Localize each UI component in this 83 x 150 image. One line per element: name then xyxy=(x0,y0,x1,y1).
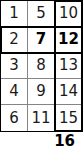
grid-cell: 1 xyxy=(1,1,28,27)
grid-cell: 11 xyxy=(28,105,55,131)
grid-cell: 5 xyxy=(28,1,55,27)
grid-cell: 6 xyxy=(1,105,28,131)
grid-cell: 12 xyxy=(55,27,82,53)
grid-cell: 14 xyxy=(55,79,82,105)
grid-cell: 4 xyxy=(1,79,28,105)
grid-cell: 9 xyxy=(28,79,55,105)
grid-cell: 3 xyxy=(1,53,28,79)
grid-cell: 8 xyxy=(28,53,55,79)
grid-cell: 2 xyxy=(1,27,28,53)
footer-number: 16 xyxy=(54,132,75,150)
footer-value: 16 xyxy=(0,132,83,150)
grid-cell: 7 xyxy=(28,27,55,53)
number-grid: 1 5 10 2 7 12 3 8 13 4 9 14 6 11 15 xyxy=(0,0,83,132)
grid-cell: 13 xyxy=(55,53,82,79)
grid-cell: 15 xyxy=(55,105,82,131)
grid-cell: 10 xyxy=(55,1,82,27)
